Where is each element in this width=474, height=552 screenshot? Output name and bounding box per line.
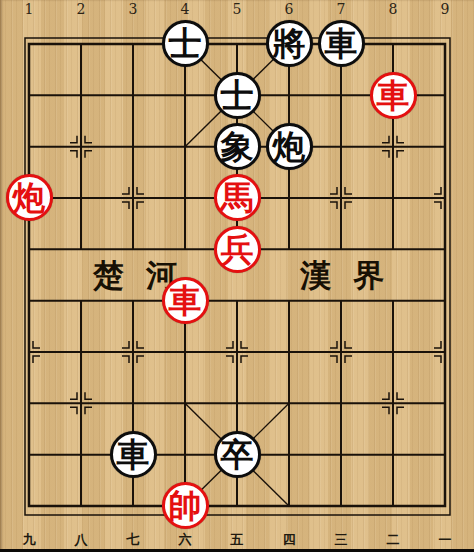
board[interactable]: 士將車士車象炮炮馬兵車車卒帥 [3, 18, 471, 531]
piece-red-general[interactable]: 帥 [162, 482, 209, 529]
piece-black-elephant[interactable]: 象 [214, 123, 261, 170]
piece-red-chariot[interactable]: 車 [370, 72, 417, 119]
piece-black-chariot[interactable]: 車 [110, 431, 157, 478]
piece-red-cannon[interactable]: 炮 [6, 174, 53, 221]
piece-red-soldier[interactable]: 兵 [214, 226, 261, 273]
piece-black-soldier[interactable]: 卒 [214, 431, 261, 478]
piece-black-advisor[interactable]: 士 [162, 20, 209, 67]
piece-red-chariot[interactable]: 車 [162, 277, 209, 324]
piece-black-advisor[interactable]: 士 [214, 72, 261, 119]
piece-black-chariot[interactable]: 車 [318, 20, 365, 67]
xiangqi-app: 123456789 楚河 漢界 士將車士車象炮炮馬兵車車卒帥 九八七六五四三二一 [0, 0, 474, 552]
piece-red-horse[interactable]: 馬 [214, 174, 261, 221]
piece-black-general[interactable]: 將 [266, 20, 313, 67]
piece-black-cannon[interactable]: 炮 [266, 123, 313, 170]
